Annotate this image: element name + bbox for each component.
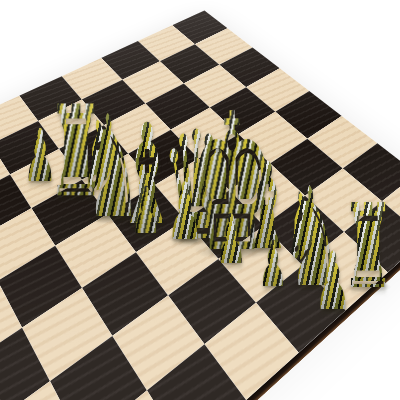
square-r1c0[interactable] [138,25,195,61]
square-r0c0[interactable] [172,10,227,44]
square-r0c4[interactable] [275,91,341,139]
square-r5c7[interactable] [147,344,246,400]
square-r5c6[interactable] [112,295,204,390]
pawn-glyph: ♟ [215,200,247,279]
chess-set-photo: ♟♜♞♝♟♛♟♝♚♟♟♞♜♟ [0,0,400,400]
square-r4c7[interactable] [204,303,298,400]
pawn-glyph: ♟ [131,173,161,248]
square-r7c5[interactable] [0,328,50,400]
piece-pawn[interactable]: ♟ [131,178,161,243]
piece-pawn[interactable]: ♟ [215,206,247,274]
pawn-glyph: ♟ [314,235,351,328]
board-near-side-face [0,164,47,400]
square-r6c4[interactable] [0,246,82,328]
square-r6c5[interactable] [22,288,112,381]
square-r2c0[interactable] [101,41,160,80]
piece-pawn[interactable]: ♟ [314,242,351,322]
square-r5c5[interactable] [82,252,168,336]
pieces-layer: ♟♜♞♝♟♛♟♝♚♟♟♞♜♟ [0,0,400,400]
square-r7c6[interactable] [0,381,82,400]
square-r6c6[interactable] [50,336,147,400]
square-r7c4[interactable] [0,281,22,372]
square-r6c1[interactable] [0,144,10,202]
square-r6c7[interactable] [82,391,187,400]
square-r0c1[interactable] [195,28,253,65]
